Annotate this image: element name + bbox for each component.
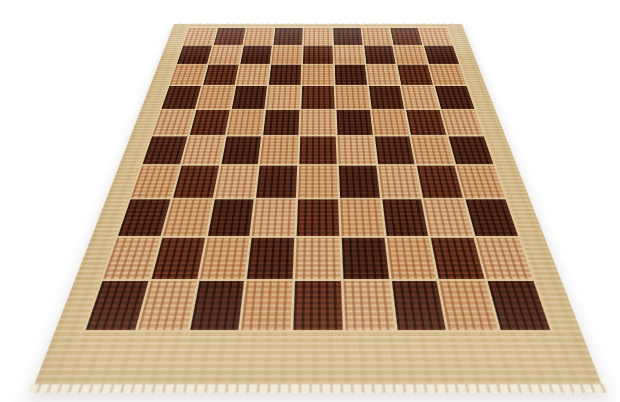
board-square (199, 237, 249, 279)
board-square (190, 281, 245, 330)
board-square (342, 237, 389, 279)
rug-photo (0, 0, 620, 402)
board-square (386, 237, 436, 279)
board-square (339, 166, 380, 198)
board-square (392, 281, 447, 330)
board-square (236, 65, 270, 85)
board-square (241, 281, 292, 330)
board-square (207, 199, 254, 235)
rug-fringe-top (179, 23, 458, 24)
board-square (333, 28, 362, 45)
board-square (435, 86, 474, 109)
board-square (424, 45, 459, 63)
board-square (215, 166, 258, 198)
board-square (264, 110, 300, 135)
board-square (103, 237, 160, 279)
board-square (366, 65, 400, 85)
board-square (398, 65, 433, 85)
board-square (184, 28, 217, 45)
board-square (221, 136, 261, 164)
board-square (417, 166, 463, 198)
board-square (375, 136, 415, 164)
board-square (488, 281, 550, 330)
board-square (170, 65, 207, 85)
board-square (302, 65, 333, 85)
board-square (466, 199, 518, 235)
board-square (256, 166, 297, 198)
board-square (247, 237, 294, 279)
board-square (153, 110, 195, 135)
board-square (266, 86, 300, 109)
board-square (424, 199, 473, 235)
board-square (442, 110, 484, 135)
board-square (232, 86, 268, 109)
board-square (203, 65, 238, 85)
board-square (197, 86, 234, 109)
board-square (303, 45, 333, 63)
board-square (362, 28, 392, 45)
board-square (177, 45, 212, 63)
board-square (394, 45, 427, 63)
board-square (252, 199, 296, 235)
board-square (476, 237, 533, 279)
rug-fringe-bottom (28, 384, 608, 392)
board-square (457, 166, 505, 198)
board-square (429, 65, 466, 85)
board-square (118, 199, 170, 235)
board-square (304, 28, 332, 45)
rug (34, 24, 601, 384)
board-square (382, 199, 429, 235)
board-square (269, 65, 301, 85)
board-square (335, 65, 367, 85)
board-square (301, 86, 334, 109)
board-square (173, 166, 219, 198)
board-square (369, 86, 405, 109)
board-square (336, 110, 372, 135)
board-square (227, 110, 265, 135)
board-square (297, 199, 339, 235)
board-square (214, 28, 246, 45)
board-square (300, 110, 335, 135)
board-square (151, 237, 205, 279)
board-square (378, 166, 421, 198)
board-square (131, 166, 179, 198)
board-square (208, 45, 241, 63)
board-square (138, 281, 197, 330)
board-square (274, 28, 303, 45)
board-square (244, 28, 274, 45)
board-square (335, 86, 369, 109)
board-square (298, 166, 338, 198)
board-square (143, 136, 188, 164)
board-square (364, 45, 396, 63)
board-square (163, 199, 212, 235)
board-square (407, 110, 447, 135)
board-square (299, 136, 336, 164)
board-square (182, 136, 225, 164)
board-square (295, 237, 340, 279)
board-square (162, 86, 201, 109)
board-square (293, 281, 342, 330)
board-square (371, 110, 409, 135)
checkerboard-field (82, 27, 554, 332)
board-square (260, 136, 298, 164)
rug-border (34, 24, 601, 384)
board-square (240, 45, 272, 63)
board-square (343, 281, 394, 330)
board-square (272, 45, 303, 63)
board-square (419, 28, 452, 45)
board-square (412, 136, 455, 164)
board-square (402, 86, 439, 109)
board-square (337, 136, 375, 164)
board-square (340, 199, 384, 235)
board-square (391, 28, 423, 45)
board-square (334, 45, 365, 63)
board-square (449, 136, 494, 164)
board-square (190, 110, 230, 135)
